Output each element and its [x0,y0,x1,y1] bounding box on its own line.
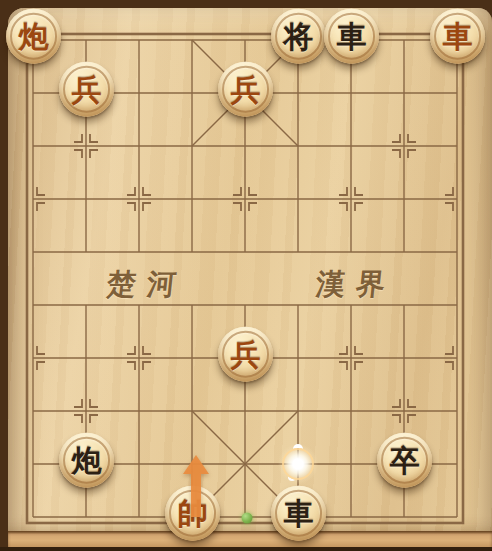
red-cannon-piece[interactable]: 炮 [6,9,61,64]
board-front-bevel [8,531,492,548]
piece-character: 卒 [390,445,420,475]
green-dot-indicator [242,513,253,524]
black-soldier-piece[interactable]: 卒 [377,433,432,488]
red-chariot-piece[interactable]: 車 [430,9,485,64]
river-label-han-jie: 漢界 [314,265,398,305]
black-chariot-piece[interactable]: 車 [324,9,379,64]
black-cannon-piece[interactable]: 炮 [59,433,114,488]
piece-character: 車 [443,21,473,51]
piece-character: 兵 [72,74,102,104]
red-soldier-piece[interactable]: 兵 [218,327,273,382]
piece-character: 帥 [178,498,208,528]
piece-character: 炮 [72,445,102,475]
red-soldier-piece[interactable]: 兵 [218,62,273,117]
black-chariot-piece[interactable]: 車 [271,486,326,541]
piece-character: 炮 [19,21,49,51]
xiangqi-game-screen: { "game": "xiangqi", "board": { "files":… [0,0,492,551]
red-general-piece[interactable]: 帥 [165,486,220,541]
red-soldier-piece[interactable]: 兵 [59,62,114,117]
piece-character: 兵 [231,74,261,104]
bottom-frame-shadow [0,547,492,551]
black-general-piece[interactable]: 将 [271,9,326,64]
piece-character: 兵 [231,339,261,369]
piece-character: 車 [337,21,367,51]
piece-character: 車 [284,498,314,528]
river-label-chu-he: 楚河 [105,265,189,305]
piece-character: 将 [284,21,314,51]
